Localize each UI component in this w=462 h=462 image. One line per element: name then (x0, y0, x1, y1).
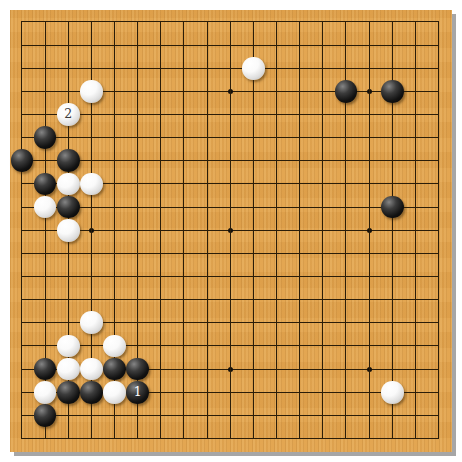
intersection-E7[interactable] (103, 288, 126, 311)
intersection-C15[interactable]: 2 (57, 103, 80, 126)
intersection-L4[interactable] (242, 358, 265, 381)
intersection-N1[interactable] (288, 427, 311, 450)
intersection-S6[interactable] (404, 311, 427, 334)
intersection-H5[interactable] (172, 334, 195, 357)
intersection-H9[interactable] (172, 242, 195, 265)
intersection-S17[interactable] (404, 57, 427, 80)
intersection-P7[interactable] (334, 288, 357, 311)
intersection-R7[interactable] (381, 288, 404, 311)
intersection-T2[interactable] (427, 404, 450, 427)
intersection-N10[interactable] (288, 219, 311, 242)
intersection-M15[interactable] (265, 103, 288, 126)
intersection-H6[interactable] (172, 311, 195, 334)
intersection-S15[interactable] (404, 103, 427, 126)
intersection-Q16[interactable] (358, 80, 381, 103)
intersection-S1[interactable] (404, 427, 427, 450)
intersection-G9[interactable] (149, 242, 172, 265)
intersection-P14[interactable] (334, 126, 357, 149)
intersection-B16[interactable] (34, 80, 57, 103)
intersection-H19[interactable] (172, 10, 195, 33)
intersection-G10[interactable] (149, 219, 172, 242)
intersection-F10[interactable] (126, 219, 149, 242)
intersection-H2[interactable] (172, 404, 195, 427)
intersection-H18[interactable] (172, 34, 195, 57)
intersection-K13[interactable] (219, 149, 242, 172)
intersection-P4[interactable] (334, 358, 357, 381)
intersection-R10[interactable] (381, 219, 404, 242)
intersection-R16[interactable] (381, 80, 404, 103)
intersection-D6[interactable] (80, 311, 103, 334)
intersection-G14[interactable] (149, 126, 172, 149)
intersection-F3[interactable]: 1 (126, 381, 149, 404)
intersection-C3[interactable] (57, 381, 80, 404)
intersection-S5[interactable] (404, 334, 427, 357)
intersection-R17[interactable] (381, 57, 404, 80)
intersection-Q11[interactable] (358, 196, 381, 219)
intersection-K14[interactable] (219, 126, 242, 149)
intersection-R13[interactable] (381, 149, 404, 172)
intersection-B13[interactable] (34, 149, 57, 172)
intersection-L12[interactable] (242, 172, 265, 195)
intersection-D7[interactable] (80, 288, 103, 311)
intersection-H1[interactable] (172, 427, 195, 450)
intersection-O8[interactable] (311, 265, 334, 288)
intersection-M7[interactable] (265, 288, 288, 311)
intersection-D2[interactable] (80, 404, 103, 427)
intersection-E15[interactable] (103, 103, 126, 126)
intersection-L5[interactable] (242, 334, 265, 357)
intersection-A1[interactable] (10, 427, 33, 450)
intersection-T19[interactable] (427, 10, 450, 33)
intersection-T12[interactable] (427, 172, 450, 195)
intersection-M2[interactable] (265, 404, 288, 427)
intersection-K5[interactable] (219, 334, 242, 357)
intersection-N15[interactable] (288, 103, 311, 126)
intersection-B15[interactable] (34, 103, 57, 126)
intersection-F9[interactable] (126, 242, 149, 265)
intersection-C9[interactable] (57, 242, 80, 265)
intersection-P2[interactable] (334, 404, 357, 427)
intersection-P6[interactable] (334, 311, 357, 334)
intersection-S8[interactable] (404, 265, 427, 288)
intersection-K18[interactable] (219, 34, 242, 57)
intersection-D11[interactable] (80, 196, 103, 219)
intersection-L6[interactable] (242, 311, 265, 334)
intersection-O14[interactable] (311, 126, 334, 149)
intersection-T14[interactable] (427, 126, 450, 149)
intersection-A18[interactable] (10, 34, 33, 57)
intersection-J9[interactable] (196, 242, 219, 265)
intersection-L8[interactable] (242, 265, 265, 288)
intersection-R15[interactable] (381, 103, 404, 126)
intersection-K8[interactable] (219, 265, 242, 288)
intersection-C10[interactable] (57, 219, 80, 242)
intersection-K12[interactable] (219, 172, 242, 195)
intersection-G6[interactable] (149, 311, 172, 334)
intersection-D10[interactable] (80, 219, 103, 242)
intersection-L1[interactable] (242, 427, 265, 450)
intersection-Q14[interactable] (358, 126, 381, 149)
intersection-R1[interactable] (381, 427, 404, 450)
intersection-C16[interactable] (57, 80, 80, 103)
intersection-Q1[interactable] (358, 427, 381, 450)
intersection-F7[interactable] (126, 288, 149, 311)
intersection-M14[interactable] (265, 126, 288, 149)
intersection-K17[interactable] (219, 57, 242, 80)
intersection-D19[interactable] (80, 10, 103, 33)
intersection-G18[interactable] (149, 34, 172, 57)
intersection-B9[interactable] (34, 242, 57, 265)
intersection-F4[interactable] (126, 358, 149, 381)
intersection-G11[interactable] (149, 196, 172, 219)
intersection-M1[interactable] (265, 427, 288, 450)
intersection-P5[interactable] (334, 334, 357, 357)
intersection-P13[interactable] (334, 149, 357, 172)
intersection-K2[interactable] (219, 404, 242, 427)
intersection-E12[interactable] (103, 172, 126, 195)
intersection-Q12[interactable] (358, 172, 381, 195)
intersection-F6[interactable] (126, 311, 149, 334)
intersection-L3[interactable] (242, 381, 265, 404)
intersection-A10[interactable] (10, 219, 33, 242)
intersection-B19[interactable] (34, 10, 57, 33)
intersection-H7[interactable] (172, 288, 195, 311)
intersection-N2[interactable] (288, 404, 311, 427)
intersection-H10[interactable] (172, 219, 195, 242)
intersection-S2[interactable] (404, 404, 427, 427)
intersection-B4[interactable] (34, 358, 57, 381)
intersection-P15[interactable] (334, 103, 357, 126)
intersection-G19[interactable] (149, 10, 172, 33)
intersection-M3[interactable] (265, 381, 288, 404)
intersection-A16[interactable] (10, 80, 33, 103)
intersection-N18[interactable] (288, 34, 311, 57)
intersection-F1[interactable] (126, 427, 149, 450)
intersection-J8[interactable] (196, 265, 219, 288)
intersection-G16[interactable] (149, 80, 172, 103)
intersection-K10[interactable] (219, 219, 242, 242)
intersection-O18[interactable] (311, 34, 334, 57)
intersection-O10[interactable] (311, 219, 334, 242)
intersection-P11[interactable] (334, 196, 357, 219)
intersection-A9[interactable] (10, 242, 33, 265)
intersection-T3[interactable] (427, 381, 450, 404)
intersection-F17[interactable] (126, 57, 149, 80)
intersection-N19[interactable] (288, 10, 311, 33)
intersection-A14[interactable] (10, 126, 33, 149)
intersection-B1[interactable] (34, 427, 57, 450)
intersection-J13[interactable] (196, 149, 219, 172)
intersection-M12[interactable] (265, 172, 288, 195)
intersection-K11[interactable] (219, 196, 242, 219)
intersection-J7[interactable] (196, 288, 219, 311)
intersection-O15[interactable] (311, 103, 334, 126)
intersection-C14[interactable] (57, 126, 80, 149)
intersection-S4[interactable] (404, 358, 427, 381)
intersection-O1[interactable] (311, 427, 334, 450)
intersection-E1[interactable] (103, 427, 126, 450)
intersection-O5[interactable] (311, 334, 334, 357)
intersection-O3[interactable] (311, 381, 334, 404)
intersection-F12[interactable] (126, 172, 149, 195)
intersection-J12[interactable] (196, 172, 219, 195)
intersection-M8[interactable] (265, 265, 288, 288)
intersection-M5[interactable] (265, 334, 288, 357)
intersection-N11[interactable] (288, 196, 311, 219)
intersection-Q3[interactable] (358, 381, 381, 404)
intersection-A12[interactable] (10, 172, 33, 195)
intersection-M11[interactable] (265, 196, 288, 219)
intersection-G13[interactable] (149, 149, 172, 172)
intersection-G5[interactable] (149, 334, 172, 357)
intersection-E16[interactable] (103, 80, 126, 103)
intersection-L13[interactable] (242, 149, 265, 172)
intersection-E14[interactable] (103, 126, 126, 149)
intersection-N13[interactable] (288, 149, 311, 172)
intersection-N17[interactable] (288, 57, 311, 80)
intersection-J16[interactable] (196, 80, 219, 103)
intersection-K6[interactable] (219, 311, 242, 334)
intersection-D16[interactable] (80, 80, 103, 103)
intersection-B2[interactable] (34, 404, 57, 427)
intersection-A13[interactable] (10, 149, 33, 172)
intersection-O19[interactable] (311, 10, 334, 33)
intersection-B6[interactable] (34, 311, 57, 334)
intersection-F19[interactable] (126, 10, 149, 33)
intersection-G1[interactable] (149, 427, 172, 450)
intersection-Q19[interactable] (358, 10, 381, 33)
intersection-T10[interactable] (427, 219, 450, 242)
intersection-S13[interactable] (404, 149, 427, 172)
intersection-J18[interactable] (196, 34, 219, 57)
intersection-S16[interactable] (404, 80, 427, 103)
intersection-R8[interactable] (381, 265, 404, 288)
intersection-R4[interactable] (381, 358, 404, 381)
intersection-Q5[interactable] (358, 334, 381, 357)
intersection-A5[interactable] (10, 334, 33, 357)
intersection-S3[interactable] (404, 381, 427, 404)
intersection-M10[interactable] (265, 219, 288, 242)
intersection-T17[interactable] (427, 57, 450, 80)
intersection-P12[interactable] (334, 172, 357, 195)
intersection-T5[interactable] (427, 334, 450, 357)
intersection-Q6[interactable] (358, 311, 381, 334)
intersection-D5[interactable] (80, 334, 103, 357)
intersection-J15[interactable] (196, 103, 219, 126)
intersection-F13[interactable] (126, 149, 149, 172)
intersection-B3[interactable] (34, 381, 57, 404)
intersection-H16[interactable] (172, 80, 195, 103)
intersection-H4[interactable] (172, 358, 195, 381)
intersection-G7[interactable] (149, 288, 172, 311)
intersection-L14[interactable] (242, 126, 265, 149)
intersection-C1[interactable] (57, 427, 80, 450)
intersection-E8[interactable] (103, 265, 126, 288)
intersection-C19[interactable] (57, 10, 80, 33)
intersection-T4[interactable] (427, 358, 450, 381)
intersection-J14[interactable] (196, 126, 219, 149)
intersection-D12[interactable] (80, 172, 103, 195)
intersection-H8[interactable] (172, 265, 195, 288)
intersection-G12[interactable] (149, 172, 172, 195)
intersection-O12[interactable] (311, 172, 334, 195)
intersection-T15[interactable] (427, 103, 450, 126)
intersection-L15[interactable] (242, 103, 265, 126)
intersection-S7[interactable] (404, 288, 427, 311)
intersection-D17[interactable] (80, 57, 103, 80)
intersection-J19[interactable] (196, 10, 219, 33)
intersection-D9[interactable] (80, 242, 103, 265)
intersection-E17[interactable] (103, 57, 126, 80)
intersection-L7[interactable] (242, 288, 265, 311)
intersection-J3[interactable] (196, 381, 219, 404)
intersection-B12[interactable] (34, 172, 57, 195)
intersection-D14[interactable] (80, 126, 103, 149)
intersection-C6[interactable] (57, 311, 80, 334)
intersection-K1[interactable] (219, 427, 242, 450)
intersection-P1[interactable] (334, 427, 357, 450)
intersection-G4[interactable] (149, 358, 172, 381)
intersection-R18[interactable] (381, 34, 404, 57)
intersection-T16[interactable] (427, 80, 450, 103)
intersection-P8[interactable] (334, 265, 357, 288)
intersection-N3[interactable] (288, 381, 311, 404)
intersection-K7[interactable] (219, 288, 242, 311)
intersection-D3[interactable] (80, 381, 103, 404)
intersection-M17[interactable] (265, 57, 288, 80)
intersection-J5[interactable] (196, 334, 219, 357)
intersection-A8[interactable] (10, 265, 33, 288)
intersection-L17[interactable] (242, 57, 265, 80)
intersection-O16[interactable] (311, 80, 334, 103)
intersection-Q18[interactable] (358, 34, 381, 57)
intersection-G15[interactable] (149, 103, 172, 126)
intersection-L16[interactable] (242, 80, 265, 103)
intersection-Q15[interactable] (358, 103, 381, 126)
intersection-O4[interactable] (311, 358, 334, 381)
intersection-E11[interactable] (103, 196, 126, 219)
intersection-A7[interactable] (10, 288, 33, 311)
intersection-B14[interactable] (34, 126, 57, 149)
intersection-M6[interactable] (265, 311, 288, 334)
intersection-F8[interactable] (126, 265, 149, 288)
intersection-R6[interactable] (381, 311, 404, 334)
intersection-A15[interactable] (10, 103, 33, 126)
intersection-R3[interactable] (381, 381, 404, 404)
intersection-P17[interactable] (334, 57, 357, 80)
intersection-J10[interactable] (196, 219, 219, 242)
intersection-A11[interactable] (10, 196, 33, 219)
intersection-K9[interactable] (219, 242, 242, 265)
intersection-P9[interactable] (334, 242, 357, 265)
intersection-A2[interactable] (10, 404, 33, 427)
intersection-T7[interactable] (427, 288, 450, 311)
intersection-G3[interactable] (149, 381, 172, 404)
intersection-C11[interactable] (57, 196, 80, 219)
intersection-E3[interactable] (103, 381, 126, 404)
intersection-Q4[interactable] (358, 358, 381, 381)
intersection-N9[interactable] (288, 242, 311, 265)
intersection-C8[interactable] (57, 265, 80, 288)
intersection-K15[interactable] (219, 103, 242, 126)
intersection-J11[interactable] (196, 196, 219, 219)
intersection-E5[interactable] (103, 334, 126, 357)
intersection-M13[interactable] (265, 149, 288, 172)
intersection-K3[interactable] (219, 381, 242, 404)
intersection-J6[interactable] (196, 311, 219, 334)
intersection-Q7[interactable] (358, 288, 381, 311)
intersection-C12[interactable] (57, 172, 80, 195)
intersection-O13[interactable] (311, 149, 334, 172)
intersection-E19[interactable] (103, 10, 126, 33)
intersection-A6[interactable] (10, 311, 33, 334)
intersection-T9[interactable] (427, 242, 450, 265)
intersection-B10[interactable] (34, 219, 57, 242)
intersection-K16[interactable] (219, 80, 242, 103)
intersection-T1[interactable] (427, 427, 450, 450)
intersection-F14[interactable] (126, 126, 149, 149)
intersection-B7[interactable] (34, 288, 57, 311)
intersection-F2[interactable] (126, 404, 149, 427)
intersection-O9[interactable] (311, 242, 334, 265)
intersection-N6[interactable] (288, 311, 311, 334)
intersection-E10[interactable] (103, 219, 126, 242)
intersection-F15[interactable] (126, 103, 149, 126)
intersection-D8[interactable] (80, 265, 103, 288)
intersection-N16[interactable] (288, 80, 311, 103)
intersection-L19[interactable] (242, 10, 265, 33)
intersection-K19[interactable] (219, 10, 242, 33)
intersection-N5[interactable] (288, 334, 311, 357)
intersection-T11[interactable] (427, 196, 450, 219)
intersection-B18[interactable] (34, 34, 57, 57)
intersection-M16[interactable] (265, 80, 288, 103)
intersection-M4[interactable] (265, 358, 288, 381)
intersection-O6[interactable] (311, 311, 334, 334)
intersection-H14[interactable] (172, 126, 195, 149)
intersection-N8[interactable] (288, 265, 311, 288)
intersection-Q17[interactable] (358, 57, 381, 80)
intersection-G17[interactable] (149, 57, 172, 80)
intersection-N4[interactable] (288, 358, 311, 381)
intersection-C18[interactable] (57, 34, 80, 57)
intersection-J4[interactable] (196, 358, 219, 381)
intersection-Q10[interactable] (358, 219, 381, 242)
intersection-K4[interactable] (219, 358, 242, 381)
intersection-O11[interactable] (311, 196, 334, 219)
intersection-Q8[interactable] (358, 265, 381, 288)
intersection-S14[interactable] (404, 126, 427, 149)
intersection-R12[interactable] (381, 172, 404, 195)
intersection-J1[interactable] (196, 427, 219, 450)
intersection-E9[interactable] (103, 242, 126, 265)
intersection-R2[interactable] (381, 404, 404, 427)
intersection-G2[interactable] (149, 404, 172, 427)
intersection-L10[interactable] (242, 219, 265, 242)
intersection-D13[interactable] (80, 149, 103, 172)
intersection-Q13[interactable] (358, 149, 381, 172)
intersection-O7[interactable] (311, 288, 334, 311)
intersection-S9[interactable] (404, 242, 427, 265)
intersection-R5[interactable] (381, 334, 404, 357)
intersection-B11[interactable] (34, 196, 57, 219)
intersection-F11[interactable] (126, 196, 149, 219)
intersection-D15[interactable] (80, 103, 103, 126)
intersection-C13[interactable] (57, 149, 80, 172)
intersection-C4[interactable] (57, 358, 80, 381)
intersection-A3[interactable] (10, 381, 33, 404)
intersection-N7[interactable] (288, 288, 311, 311)
